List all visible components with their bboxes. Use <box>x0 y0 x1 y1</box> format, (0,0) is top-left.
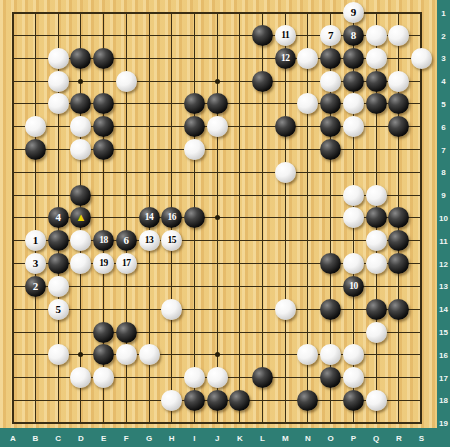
white-stone <box>48 276 69 297</box>
move-number-label: 11 <box>281 31 289 41</box>
white-stone <box>116 71 137 92</box>
move-number-label: 6 <box>124 235 130 246</box>
star-point <box>215 215 220 220</box>
white-stone: 7 <box>320 25 341 46</box>
black-stone <box>320 139 341 160</box>
white-stone <box>366 253 387 274</box>
white-stone <box>366 230 387 251</box>
column-label: A <box>10 433 16 442</box>
black-stone <box>229 390 250 411</box>
move-number-label: 9 <box>351 7 357 18</box>
row-label: 16 <box>439 350 448 359</box>
black-stone <box>184 116 205 137</box>
row-label: 18 <box>439 396 448 405</box>
white-stone <box>388 71 409 92</box>
white-stone <box>25 116 46 137</box>
row-label: 14 <box>439 305 448 314</box>
white-stone <box>207 116 228 137</box>
column-label: E <box>101 433 106 442</box>
white-stone <box>343 367 364 388</box>
white-stone <box>70 230 91 251</box>
black-stone <box>116 322 137 343</box>
row-label: 7 <box>441 145 445 154</box>
row-label: 19 <box>439 419 448 428</box>
black-stone <box>48 230 69 251</box>
black-stone <box>366 71 387 92</box>
white-stone <box>207 367 228 388</box>
white-stone: 17 <box>116 253 137 274</box>
move-number-label: 3 <box>33 258 39 269</box>
row-label: 12 <box>439 259 448 268</box>
white-stone <box>411 48 432 69</box>
white-stone <box>70 139 91 160</box>
black-stone <box>388 207 409 228</box>
column-label: C <box>55 433 61 442</box>
white-stone: 9 <box>343 2 364 23</box>
move-number-label: 7 <box>328 30 334 41</box>
white-stone <box>161 390 182 411</box>
column-label: S <box>419 433 424 442</box>
black-stone <box>184 93 205 114</box>
white-stone <box>343 185 364 206</box>
white-stone <box>366 390 387 411</box>
grid-vline <box>420 12 422 425</box>
black-stone <box>25 139 46 160</box>
white-stone <box>184 139 205 160</box>
column-label: M <box>282 433 289 442</box>
white-stone <box>70 253 91 274</box>
black-stone <box>252 25 273 46</box>
black-stone <box>93 322 114 343</box>
white-stone <box>366 48 387 69</box>
black-stone <box>388 230 409 251</box>
star-point <box>78 79 83 84</box>
white-stone: 19 <box>93 253 114 274</box>
move-number-label: 4 <box>55 212 61 223</box>
black-stone <box>252 367 273 388</box>
white-stone <box>343 93 364 114</box>
move-number-label: 19 <box>99 259 108 269</box>
column-label: K <box>237 433 243 442</box>
row-label: 17 <box>439 373 448 382</box>
row-label: 10 <box>439 213 448 222</box>
star-point <box>215 352 220 357</box>
black-stone <box>297 390 318 411</box>
white-stone <box>343 207 364 228</box>
move-number-label: 5 <box>55 304 61 315</box>
black-stone <box>184 390 205 411</box>
black-stone: 6 <box>116 230 137 251</box>
column-label: O <box>328 433 334 442</box>
black-stone <box>388 299 409 320</box>
black-stone <box>48 253 69 274</box>
black-stone: 8 <box>343 25 364 46</box>
white-stone <box>297 344 318 365</box>
black-stone <box>320 48 341 69</box>
black-stone: 18 <box>93 230 114 251</box>
black-stone <box>207 390 228 411</box>
column-coordinate-bar <box>0 428 450 447</box>
move-number-label: 8 <box>351 30 357 41</box>
white-stone: 13 <box>139 230 160 251</box>
black-stone: 10 <box>343 276 364 297</box>
move-number-label: 16 <box>167 213 176 223</box>
white-stone <box>388 25 409 46</box>
white-stone <box>48 71 69 92</box>
black-stone <box>366 299 387 320</box>
column-label: N <box>305 433 311 442</box>
grid-hline <box>12 422 423 424</box>
black-stone: ▲ <box>70 207 91 228</box>
black-stone <box>388 116 409 137</box>
white-stone <box>343 253 364 274</box>
white-stone <box>320 344 341 365</box>
black-stone <box>252 71 273 92</box>
white-stone <box>366 185 387 206</box>
white-stone <box>297 48 318 69</box>
white-stone <box>297 93 318 114</box>
row-label: 15 <box>439 328 448 337</box>
black-stone <box>366 93 387 114</box>
white-stone <box>116 344 137 365</box>
column-label: G <box>146 433 152 442</box>
star-point <box>78 352 83 357</box>
black-stone <box>93 344 114 365</box>
white-stone: 1 <box>25 230 46 251</box>
row-label: 6 <box>441 122 445 131</box>
white-stone <box>93 367 114 388</box>
move-number-label: 15 <box>167 236 176 246</box>
row-label: 5 <box>441 99 445 108</box>
triangle-mark: ▲ <box>75 212 86 223</box>
white-stone: 3 <box>25 253 46 274</box>
black-stone <box>388 93 409 114</box>
white-stone <box>343 116 364 137</box>
black-stone: 16 <box>161 207 182 228</box>
white-stone <box>275 299 296 320</box>
black-stone: 4 <box>48 207 69 228</box>
black-stone: 14 <box>139 207 160 228</box>
black-stone <box>184 207 205 228</box>
row-label: 13 <box>439 282 448 291</box>
white-stone <box>343 344 364 365</box>
white-stone: 11 <box>275 25 296 46</box>
black-stone <box>275 116 296 137</box>
black-stone <box>93 48 114 69</box>
grid-hline <box>12 332 423 333</box>
white-stone <box>184 367 205 388</box>
go-board-screenshot: 91178124▲1416118613153191721051234567891… <box>0 0 450 447</box>
row-label: 1 <box>441 8 445 17</box>
black-stone <box>343 48 364 69</box>
column-label: F <box>124 433 129 442</box>
grid-vline <box>285 12 286 425</box>
black-stone <box>320 299 341 320</box>
black-stone <box>320 253 341 274</box>
black-stone <box>70 93 91 114</box>
star-point <box>215 79 220 84</box>
move-number-label: 2 <box>33 281 39 292</box>
white-stone <box>70 367 91 388</box>
column-label: B <box>33 433 39 442</box>
black-stone <box>320 116 341 137</box>
black-stone: 2 <box>25 276 46 297</box>
black-stone <box>320 367 341 388</box>
white-stone: 15 <box>161 230 182 251</box>
grid-hline <box>12 309 423 310</box>
white-stone <box>48 344 69 365</box>
white-stone <box>70 116 91 137</box>
black-stone <box>70 185 91 206</box>
black-stone <box>207 93 228 114</box>
black-stone: 12 <box>275 48 296 69</box>
column-label: J <box>215 433 219 442</box>
row-label: 4 <box>441 77 445 86</box>
column-label: P <box>351 433 356 442</box>
column-label: R <box>396 433 402 442</box>
white-stone <box>48 48 69 69</box>
grid-vline <box>239 12 240 425</box>
black-stone <box>93 116 114 137</box>
move-number-label: 17 <box>122 259 131 269</box>
black-stone <box>93 139 114 160</box>
black-stone <box>343 71 364 92</box>
white-stone <box>275 162 296 183</box>
black-stone <box>388 253 409 274</box>
white-stone: 5 <box>48 299 69 320</box>
column-label: D <box>78 433 84 442</box>
black-stone <box>366 207 387 228</box>
row-label: 11 <box>439 236 447 245</box>
white-stone <box>139 344 160 365</box>
column-label: H <box>169 433 175 442</box>
white-stone <box>366 322 387 343</box>
column-label: Q <box>373 433 379 442</box>
column-label: L <box>260 433 265 442</box>
white-stone <box>161 299 182 320</box>
black-stone <box>70 48 91 69</box>
black-stone <box>93 93 114 114</box>
white-stone <box>366 25 387 46</box>
row-label: 2 <box>441 31 445 40</box>
white-stone <box>320 71 341 92</box>
black-stone <box>320 93 341 114</box>
move-number-label: 1 <box>33 235 39 246</box>
move-number-label: 14 <box>145 213 154 223</box>
column-label: I <box>193 433 195 442</box>
white-stone <box>48 93 69 114</box>
move-number-label: 13 <box>145 236 154 246</box>
move-number-label: 18 <box>99 236 108 246</box>
row-label: 8 <box>441 168 445 177</box>
move-number-label: 10 <box>349 282 358 292</box>
row-label: 3 <box>441 54 445 63</box>
row-label: 9 <box>441 191 445 200</box>
move-number-label: 12 <box>281 54 290 64</box>
black-stone <box>343 390 364 411</box>
